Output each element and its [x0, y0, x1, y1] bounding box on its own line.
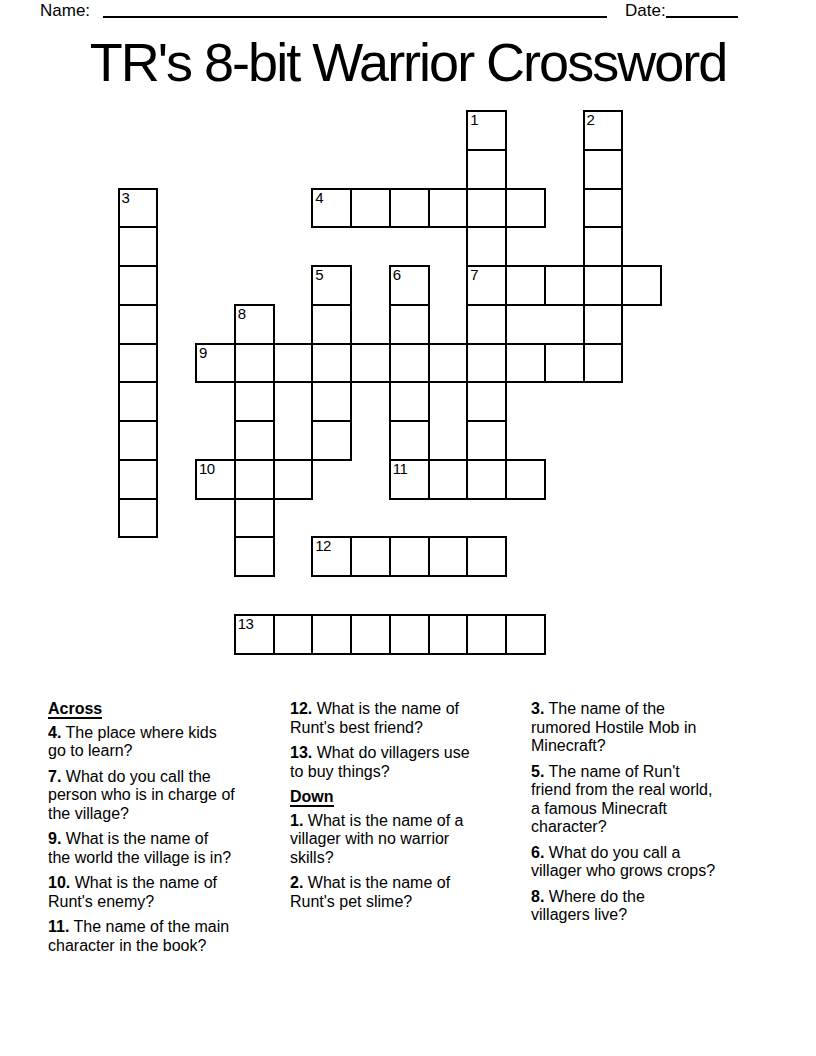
name-blank-line [103, 0, 607, 18]
clue-number-12: 12 [315, 538, 331, 553]
clue-number-10: 10 [199, 461, 215, 476]
grid-cell-r2c12[interactable] [583, 188, 624, 229]
grid-cell-r3c12[interactable] [583, 226, 624, 267]
clue-item-text: The name of the main character in the bo… [48, 918, 229, 954]
grid-cell-r8c7[interactable] [389, 420, 430, 461]
grid-cell-r4c0[interactable] [118, 265, 159, 306]
clues-column-3: 3. The name of the rumored Hostile Mob i… [531, 700, 766, 932]
grid-cell-r5c3[interactable]: 8 [234, 304, 275, 345]
grid-cell-r2c0[interactable]: 3 [118, 188, 159, 229]
grid-cell-r6c7[interactable] [389, 343, 430, 384]
grid-cell-r7c7[interactable] [389, 381, 430, 422]
grid-cell-r6c8[interactable] [428, 343, 469, 384]
clue-item-number: 7. [48, 768, 61, 785]
grid-cell-r7c0[interactable] [118, 381, 159, 422]
clue-item-text: What do villagers use to buy things? [290, 744, 470, 780]
grid-cell-r13c7[interactable] [389, 614, 430, 655]
clue-item-number: 4. [48, 724, 61, 741]
grid-cell-r0c9[interactable]: 1 [466, 110, 507, 151]
grid-cell-r6c3[interactable] [234, 343, 275, 384]
clue-item-text: The place where kids go to learn? [48, 724, 217, 760]
grid-cell-r2c9[interactable] [466, 188, 507, 229]
grid-cell-r8c9[interactable] [466, 420, 507, 461]
clue-item-number: 13. [290, 744, 312, 761]
clue-item-text: What do you call the person who is in ch… [48, 768, 235, 822]
clue-11: 11. The name of the main character in th… [48, 918, 283, 955]
page-title: TR's 8-bit Warrior Crossword [0, 33, 816, 91]
grid-cell-r10c0[interactable] [118, 498, 159, 539]
clue-4: 4. The place where kids go to learn? [48, 724, 283, 761]
clue-item-text: Where do the villagers live? [531, 888, 645, 924]
grid-cell-r6c5[interactable] [311, 343, 352, 384]
grid-cell-r9c10[interactable] [505, 459, 546, 500]
grid-cell-r10c3[interactable] [234, 498, 275, 539]
grid-cell-r2c6[interactable] [350, 188, 391, 229]
clue-item-text: What is the name of Runt's pet slime? [290, 874, 450, 910]
clues-column-1: Across4. The place where kids go to lear… [48, 700, 283, 962]
name-label: Name: [40, 1, 90, 21]
grid-cell-r2c8[interactable] [428, 188, 469, 229]
clue-6: 6. What do you call a villager who grows… [531, 844, 766, 881]
grid-cell-r8c5[interactable] [311, 420, 352, 461]
clue-item-text: What is the name of the world the villag… [48, 830, 231, 866]
clue-number-8: 8 [238, 306, 246, 321]
grid-cell-r0c12[interactable]: 2 [583, 110, 624, 151]
clue-item-number: 9. [48, 830, 61, 847]
grid-cell-r2c10[interactable] [505, 188, 546, 229]
clue-1: 1. What is the name of a villager with n… [290, 812, 525, 868]
clue-10: 10. What is the name of Runt's enemy? [48, 874, 283, 911]
crossword-grid: 12345678910111213 [118, 110, 663, 655]
clue-item-number: 5. [531, 763, 544, 780]
grid-cell-r4c9[interactable]: 7 [466, 265, 507, 306]
clue-2: 2. What is the name of Runt's pet slime? [290, 874, 525, 911]
clue-item-text: The name of the rumored Hostile Mob in M… [531, 700, 696, 754]
grid-cell-r8c3[interactable] [234, 420, 275, 461]
grid-cell-r13c4[interactable] [273, 614, 314, 655]
clue-item-number: 8. [531, 888, 544, 905]
clue-number-1: 1 [470, 112, 478, 127]
grid-cell-r13c9[interactable] [466, 614, 507, 655]
grid-cell-r6c6[interactable] [350, 343, 391, 384]
clue-13: 13. What do villagers use to buy things? [290, 744, 525, 781]
clue-item-number: 3. [531, 700, 544, 717]
clue-number-5: 5 [315, 267, 323, 282]
grid-cell-r7c5[interactable] [311, 381, 352, 422]
clue-item-text: The name of Run't friend from the real w… [531, 763, 712, 836]
down-header: Down [290, 788, 525, 807]
grid-cell-r6c9[interactable] [466, 343, 507, 384]
clues-column-2: 12. What is the name of Runt's best frie… [290, 700, 525, 918]
grid-cell-r1c12[interactable] [583, 149, 624, 190]
grid-cell-r6c11[interactable] [544, 343, 585, 384]
grid-cell-r6c4[interactable] [273, 343, 314, 384]
clue-item-number: 10. [48, 874, 70, 891]
across-header: Across [48, 700, 283, 719]
grid-cell-r11c3[interactable] [234, 536, 275, 577]
date-blank-line [666, 0, 738, 18]
clue-12: 12. What is the name of Runt's best frie… [290, 700, 525, 737]
grid-cell-r5c12[interactable] [583, 304, 624, 345]
grid-cell-r11c7[interactable] [389, 536, 430, 577]
grid-cell-r4c13[interactable] [621, 265, 662, 306]
clue-number-2: 2 [587, 112, 595, 127]
grid-cell-r4c11[interactable] [544, 265, 585, 306]
clue-5: 5. The name of Run't friend from the rea… [531, 763, 766, 837]
clue-item-text: What is the name of Runt's best friend? [290, 700, 459, 736]
clue-number-11: 11 [393, 461, 408, 476]
grid-cell-r1c9[interactable] [466, 149, 507, 190]
clue-3: 3. The name of the rumored Hostile Mob i… [531, 700, 766, 756]
grid-cell-r3c9[interactable] [466, 226, 507, 267]
grid-cell-r11c5[interactable]: 12 [311, 536, 352, 577]
grid-cell-r4c12[interactable] [583, 265, 624, 306]
clue-item-number: 2. [290, 874, 303, 891]
clue-item-text: What is the name of Runt's enemy? [48, 874, 217, 910]
clue-item-number: 1. [290, 812, 303, 829]
grid-cell-r6c10[interactable] [505, 343, 546, 384]
grid-cell-r9c2[interactable]: 10 [195, 459, 236, 500]
grid-cell-r2c5[interactable]: 4 [311, 188, 352, 229]
clue-number-6: 6 [393, 267, 401, 282]
grid-cell-r4c5[interactable]: 5 [311, 265, 352, 306]
grid-cell-r8c0[interactable] [118, 420, 159, 461]
grid-cell-r7c9[interactable] [466, 381, 507, 422]
grid-cell-r5c0[interactable] [118, 304, 159, 345]
grid-cell-r9c4[interactable] [273, 459, 314, 500]
grid-cell-r13c8[interactable] [428, 614, 469, 655]
clue-item-number: 6. [531, 844, 544, 861]
clue-number-4: 4 [315, 190, 323, 205]
clue-item-text: What is the name of a villager with no w… [290, 812, 463, 866]
grid-cell-r7c3[interactable] [234, 381, 275, 422]
clue-item-text: What do you call a villager who grows cr… [531, 844, 715, 880]
grid-cell-r3c0[interactable] [118, 226, 159, 267]
grid-cell-r4c10[interactable] [505, 265, 546, 306]
clue-number-7: 7 [470, 267, 478, 282]
grid-cell-r9c3[interactable] [234, 459, 275, 500]
date-label: Date: [625, 1, 666, 21]
grid-cell-r9c0[interactable] [118, 459, 159, 500]
grid-cell-r11c8[interactable] [428, 536, 469, 577]
grid-cell-r11c6[interactable] [350, 536, 391, 577]
grid-cell-r9c7[interactable]: 11 [389, 459, 430, 500]
clue-item-number: 12. [290, 700, 312, 717]
grid-cell-r11c9[interactable] [466, 536, 507, 577]
clue-number-13: 13 [238, 616, 254, 631]
clue-9: 9. What is the name of the world the vil… [48, 830, 283, 867]
grid-cell-r13c10[interactable] [505, 614, 546, 655]
grid-cell-r5c9[interactable] [466, 304, 507, 345]
grid-cell-r13c6[interactable] [350, 614, 391, 655]
grid-cell-r5c7[interactable] [389, 304, 430, 345]
grid-cell-r6c12[interactable] [583, 343, 624, 384]
clue-number-3: 3 [122, 190, 130, 205]
grid-cell-r6c0[interactable] [118, 343, 159, 384]
grid-cell-r5c5[interactable] [311, 304, 352, 345]
clue-8: 8. Where do the villagers live? [531, 888, 766, 925]
clue-7: 7. What do you call the person who is in… [48, 768, 283, 824]
grid-cell-r4c7[interactable]: 6 [389, 265, 430, 306]
clue-item-number: 11. [48, 918, 69, 935]
worksheet-page: Name: Date: TR's 8-bit Warrior Crossword… [0, 0, 816, 1056]
clue-number-9: 9 [199, 345, 207, 360]
grid-cell-r6c2[interactable]: 9 [195, 343, 236, 384]
grid-cell-r9c8[interactable] [428, 459, 469, 500]
grid-cell-r13c3[interactable]: 13 [234, 614, 275, 655]
grid-cell-r13c5[interactable] [311, 614, 352, 655]
grid-cell-r9c9[interactable] [466, 459, 507, 500]
grid-cell-r2c7[interactable] [389, 188, 430, 229]
